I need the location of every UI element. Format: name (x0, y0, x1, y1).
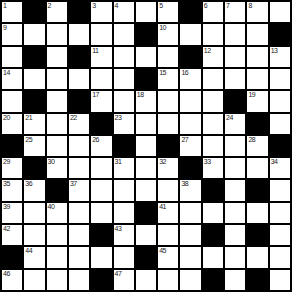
cell-r7c12[interactable]: 34 (270, 158, 290, 178)
cell-r2c11[interactable] (247, 47, 267, 67)
clue-number: 47 (115, 270, 122, 278)
cell-r8c7[interactable] (158, 180, 178, 200)
cell-r3c2[interactable] (47, 69, 67, 89)
clue-number: 32 (159, 158, 166, 166)
clue-number: 40 (48, 203, 55, 211)
cell-r12c2[interactable] (47, 270, 67, 290)
cell-r0c6[interactable] (136, 2, 156, 22)
cell-r9c5[interactable] (114, 203, 134, 223)
cell-r1c5[interactable] (114, 24, 134, 44)
clue-number: 36 (25, 180, 32, 188)
cell-r6c4[interactable]: 26 (91, 136, 111, 156)
cell-r11c11[interactable] (247, 247, 267, 267)
clue-number: 13 (271, 47, 278, 55)
block-r0c8 (180, 2, 200, 22)
cell-r1c0[interactable]: 9 (2, 24, 22, 44)
cell-r7c0[interactable]: 29 (2, 158, 22, 178)
cell-r11c7[interactable]: 45 (158, 247, 178, 267)
cell-r5c12[interactable] (270, 114, 290, 134)
cell-r8c0[interactable]: 35 (2, 180, 22, 200)
clue-number: 29 (3, 158, 10, 166)
block-r10c11 (247, 225, 267, 245)
cell-r12c8[interactable] (180, 270, 200, 290)
cell-r6c3[interactable] (69, 136, 89, 156)
clue-number: 5 (159, 2, 162, 10)
clue-number: 23 (115, 114, 122, 122)
cell-r11c2[interactable] (47, 247, 67, 267)
clue-number: 28 (248, 136, 255, 144)
cell-r10c0[interactable]: 42 (2, 225, 22, 245)
cell-r3c3[interactable] (69, 69, 89, 89)
cell-r2c9[interactable]: 12 (203, 47, 223, 67)
cell-r4c11[interactable]: 19 (247, 91, 267, 111)
cell-r7c2[interactable]: 30 (47, 158, 67, 178)
cell-r7c3[interactable] (69, 158, 89, 178)
cell-r11c5[interactable] (114, 247, 134, 267)
clue-number: 35 (3, 180, 10, 188)
cell-r9c1[interactable] (24, 203, 44, 223)
cell-r5c7[interactable] (158, 114, 178, 134)
cell-r6c11[interactable]: 28 (247, 136, 267, 156)
block-r6c0 (2, 136, 22, 156)
block-r8c11 (247, 180, 267, 200)
cell-r5c8[interactable] (180, 114, 200, 134)
cell-r5c3[interactable]: 22 (69, 114, 89, 134)
crossword-board: 1234567891011121314151617181920212223242… (0, 0, 292, 292)
cell-r0c11[interactable]: 8 (247, 2, 267, 22)
cell-r12c12[interactable] (270, 270, 290, 290)
cell-r2c7[interactable] (158, 47, 178, 67)
crossword-puzzle: 1234567891011121314151617181920212223242… (0, 0, 292, 292)
cell-r9c2[interactable]: 40 (47, 203, 67, 223)
cell-r3c1[interactable] (24, 69, 44, 89)
clue-number: 19 (248, 91, 255, 99)
cell-r2c10[interactable] (225, 47, 245, 67)
cell-r0c9[interactable]: 6 (203, 2, 223, 22)
block-r1c6 (136, 24, 156, 44)
cell-r7c6[interactable] (136, 158, 156, 178)
cell-r8c10[interactable] (225, 180, 245, 200)
cell-r8c6[interactable] (136, 180, 156, 200)
clue-number: 6 (204, 2, 207, 10)
cell-r3c8[interactable]: 16 (180, 69, 200, 89)
cell-r6c2[interactable] (47, 136, 67, 156)
cell-r0c0[interactable]: 1 (2, 2, 22, 22)
cell-r5c10[interactable]: 24 (225, 114, 245, 134)
block-r2c3 (69, 47, 89, 67)
block-r8c9 (203, 180, 223, 200)
clue-number: 24 (226, 114, 233, 122)
clue-number: 37 (70, 180, 77, 188)
cell-r2c12[interactable]: 13 (270, 47, 290, 67)
block-r4c1 (24, 91, 44, 111)
clue-number: 46 (3, 270, 10, 278)
cell-r9c0[interactable]: 39 (2, 203, 22, 223)
clue-number: 25 (25, 136, 32, 144)
block-r5c4 (91, 114, 111, 134)
cell-r6c10[interactable] (225, 136, 245, 156)
cell-r4c2[interactable] (47, 91, 67, 111)
cell-r1c8[interactable] (180, 24, 200, 44)
cell-r5c2[interactable] (47, 114, 67, 134)
clue-number: 3 (92, 2, 95, 10)
block-r4c10 (225, 91, 245, 111)
cell-r9c4[interactable] (91, 203, 111, 223)
cell-r7c4[interactable] (91, 158, 111, 178)
cell-r10c7[interactable] (158, 225, 178, 245)
cell-r2c0[interactable] (2, 47, 22, 67)
cell-r8c3[interactable]: 37 (69, 180, 89, 200)
cell-r8c4[interactable] (91, 180, 111, 200)
cell-r4c5[interactable] (114, 91, 134, 111)
cell-r6c9[interactable] (203, 136, 223, 156)
cell-r12c6[interactable] (136, 270, 156, 290)
cell-r10c1[interactable] (24, 225, 44, 245)
block-r1c12 (270, 24, 290, 44)
cell-r2c5[interactable] (114, 47, 134, 67)
clue-number: 18 (137, 91, 144, 99)
clue-number: 22 (70, 114, 77, 122)
block-r2c1 (24, 47, 44, 67)
cell-r12c1[interactable] (24, 270, 44, 290)
clue-number: 1 (3, 2, 6, 10)
clue-number: 41 (159, 203, 166, 211)
cell-r0c2[interactable]: 2 (47, 2, 67, 22)
clue-number: 4 (115, 2, 118, 10)
clue-number: 12 (204, 47, 211, 55)
cell-r7c5[interactable]: 31 (114, 158, 134, 178)
block-r10c9 (203, 225, 223, 245)
cell-r1c10[interactable] (225, 24, 245, 44)
cell-r0c10[interactable]: 7 (225, 2, 245, 22)
cell-r6c8[interactable]: 27 (180, 136, 200, 156)
cell-r10c5[interactable]: 43 (114, 225, 134, 245)
cell-r6c6[interactable] (136, 136, 156, 156)
cell-r10c10[interactable] (225, 225, 245, 245)
cell-r4c12[interactable] (270, 91, 290, 111)
cell-r12c3[interactable] (69, 270, 89, 290)
clue-number: 42 (3, 225, 10, 233)
cell-r11c8[interactable] (180, 247, 200, 267)
cell-r7c9[interactable]: 33 (203, 158, 223, 178)
cell-r11c1[interactable]: 44 (24, 247, 44, 267)
cell-r4c6[interactable]: 18 (136, 91, 156, 111)
block-r8c2 (47, 180, 67, 200)
cell-r10c2[interactable] (47, 225, 67, 245)
cell-r7c11[interactable] (247, 158, 267, 178)
cell-r9c12[interactable] (270, 203, 290, 223)
cell-r4c0[interactable] (2, 91, 22, 111)
clue-number: 17 (92, 91, 99, 99)
cell-r0c7[interactable]: 5 (158, 2, 178, 22)
cell-r1c9[interactable] (203, 24, 223, 44)
cell-r12c10[interactable] (225, 270, 245, 290)
block-r11c6 (136, 247, 156, 267)
clue-number: 11 (92, 47, 98, 55)
cell-r5c5[interactable]: 23 (114, 114, 134, 134)
cell-r0c5[interactable]: 4 (114, 2, 134, 22)
cell-r3c7[interactable]: 15 (158, 69, 178, 89)
cell-r10c3[interactable] (69, 225, 89, 245)
block-r12c9 (203, 270, 223, 290)
clue-number: 21 (25, 114, 32, 122)
clue-number: 30 (48, 158, 55, 166)
block-r10c4 (91, 225, 111, 245)
cell-r9c8[interactable] (180, 203, 200, 223)
cell-r5c0[interactable]: 20 (2, 114, 22, 134)
clue-number: 14 (3, 69, 10, 77)
cell-r1c1[interactable] (24, 24, 44, 44)
block-r0c3 (69, 2, 89, 22)
cell-r3c4[interactable] (91, 69, 111, 89)
cell-r9c3[interactable] (69, 203, 89, 223)
clue-number: 2 (48, 2, 51, 10)
cell-r12c0[interactable]: 46 (2, 270, 22, 290)
cell-r1c3[interactable] (69, 24, 89, 44)
cell-r11c10[interactable] (225, 247, 245, 267)
block-r7c1 (24, 158, 44, 178)
cell-r9c10[interactable] (225, 203, 245, 223)
cell-r5c1[interactable]: 21 (24, 114, 44, 134)
block-r12c11 (247, 270, 267, 290)
cell-r9c7[interactable]: 41 (158, 203, 178, 223)
clue-number: 7 (226, 2, 229, 10)
block-r6c7 (158, 136, 178, 156)
clue-number: 34 (271, 158, 278, 166)
clue-number: 45 (159, 247, 166, 255)
block-r2c8 (180, 47, 200, 67)
cell-r11c3[interactable] (69, 247, 89, 267)
clue-number: 9 (3, 24, 6, 32)
clue-number: 15 (159, 69, 166, 77)
clue-number: 27 (181, 136, 188, 144)
cell-r10c12[interactable] (270, 225, 290, 245)
block-r11c0 (2, 247, 22, 267)
clue-number: 44 (25, 247, 32, 255)
clue-number: 38 (181, 180, 188, 188)
clue-number: 26 (92, 136, 99, 144)
cell-r11c4[interactable] (91, 247, 111, 267)
cell-r4c7[interactable] (158, 91, 178, 111)
cell-r11c12[interactable] (270, 247, 290, 267)
cell-r7c10[interactable] (225, 158, 245, 178)
clue-number: 20 (3, 114, 10, 122)
cell-r3c0[interactable]: 14 (2, 69, 22, 89)
cell-r10c6[interactable] (136, 225, 156, 245)
cell-r4c4[interactable]: 17 (91, 91, 111, 111)
cell-r9c9[interactable] (203, 203, 223, 223)
cell-r4c9[interactable] (203, 91, 223, 111)
cell-r7c7[interactable]: 32 (158, 158, 178, 178)
cell-r9c11[interactable] (247, 203, 267, 223)
block-r3c6 (136, 69, 156, 89)
cell-r8c12[interactable] (270, 180, 290, 200)
block-r12c4 (91, 270, 111, 290)
clue-number: 16 (181, 69, 188, 77)
block-r5c11 (247, 114, 267, 134)
cell-r6c1[interactable]: 25 (24, 136, 44, 156)
cell-r3c5[interactable] (114, 69, 134, 89)
cell-r10c8[interactable] (180, 225, 200, 245)
block-r7c8 (180, 158, 200, 178)
cell-r3c12[interactable] (270, 69, 290, 89)
cell-r4c8[interactable] (180, 91, 200, 111)
cell-r2c4[interactable]: 11 (91, 47, 111, 67)
cell-r3c11[interactable] (247, 69, 267, 89)
cell-r5c6[interactable] (136, 114, 156, 134)
clue-number: 33 (204, 158, 211, 166)
clue-number: 10 (159, 24, 166, 32)
cell-r5c9[interactable] (203, 114, 223, 134)
cell-r3c10[interactable] (225, 69, 245, 89)
clue-number: 31 (115, 158, 122, 166)
cell-r12c7[interactable] (158, 270, 178, 290)
clue-number: 43 (115, 225, 122, 233)
cell-r12c5[interactable]: 47 (114, 270, 134, 290)
cell-r8c8[interactable]: 38 (180, 180, 200, 200)
block-r9c6 (136, 203, 156, 223)
cell-r2c6[interactable] (136, 47, 156, 67)
block-r4c3 (69, 91, 89, 111)
cell-r1c11[interactable] (247, 24, 267, 44)
clue-number: 39 (3, 203, 10, 211)
cell-r3c9[interactable] (203, 69, 223, 89)
cell-r1c2[interactable] (47, 24, 67, 44)
cell-r1c4[interactable] (91, 24, 111, 44)
cell-r8c5[interactable] (114, 180, 134, 200)
cell-r2c2[interactable] (47, 47, 67, 67)
block-r6c12 (270, 136, 290, 156)
block-r6c5 (114, 136, 134, 156)
block-r0c1 (24, 2, 44, 22)
cell-r0c4[interactable]: 3 (91, 2, 111, 22)
cell-r8c1[interactable]: 36 (24, 180, 44, 200)
clue-number: 8 (248, 2, 251, 10)
cell-r0c12[interactable] (270, 2, 290, 22)
cell-r1c7[interactable]: 10 (158, 24, 178, 44)
cell-r11c9[interactable] (203, 247, 223, 267)
